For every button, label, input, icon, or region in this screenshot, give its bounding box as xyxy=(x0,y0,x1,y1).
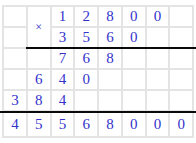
cell-r6c2: 5 xyxy=(28,112,50,136)
cell-r2c3: 3 xyxy=(52,28,74,47)
cell-r4c2: 6 xyxy=(28,70,50,89)
cell-r5c8 xyxy=(170,91,192,110)
multiply-sign: × xyxy=(28,7,50,47)
cell-r4c6 xyxy=(123,70,145,89)
cell-r6c4: 6 xyxy=(75,112,97,136)
cell-r3c5: 8 xyxy=(99,49,121,68)
cell-r4c1 xyxy=(4,70,26,89)
cell-r6c8: 0 xyxy=(170,112,192,136)
cell-r4c3: 4 xyxy=(52,70,74,89)
cell-r2c5: 6 xyxy=(99,28,121,47)
product-rule-line xyxy=(0,111,196,113)
cell-r3c6 xyxy=(123,49,145,68)
cell-r3c1 xyxy=(4,49,26,68)
cell-r1c5: 8 xyxy=(99,7,121,26)
cell-r2c7 xyxy=(147,28,169,47)
cell-r6c5: 8 xyxy=(99,112,121,136)
cell-r5c2: 8 xyxy=(28,91,50,110)
cell-r1c3: 1 xyxy=(52,7,74,26)
cell-r2c4: 5 xyxy=(75,28,97,47)
cell-r1c4: 2 xyxy=(75,7,97,26)
cell-r6c1: 4 xyxy=(4,112,26,136)
cell-r2c6: 0 xyxy=(123,28,145,47)
cell-r2c8 xyxy=(170,28,192,47)
cell-r3c7 xyxy=(147,49,169,68)
cell-r3c8 xyxy=(170,49,192,68)
cell-r5c5 xyxy=(99,91,121,110)
board-grid: ×12800356076864038445568000 xyxy=(2,5,194,138)
cell-r3c4: 6 xyxy=(75,49,97,68)
cell-r5c6 xyxy=(123,91,145,110)
cell-r5c1: 3 xyxy=(4,91,26,110)
multiplication-worksheet: ×12800356076864038445568000 xyxy=(0,0,196,143)
cell-r3c2 xyxy=(28,49,50,68)
cell-r4c7 xyxy=(147,70,169,89)
cell-r5c3: 4 xyxy=(52,91,74,110)
cell-r1c8 xyxy=(170,7,192,26)
multiplier-rule-line xyxy=(26,47,196,49)
cell-r1c7: 0 xyxy=(147,7,169,26)
cell-r6c3: 5 xyxy=(52,112,74,136)
cell-r4c8 xyxy=(170,70,192,89)
cell-r5c7 xyxy=(147,91,169,110)
cell-r1c6: 0 xyxy=(123,7,145,26)
cell-r6c7: 0 xyxy=(147,112,169,136)
cell-r3c3: 7 xyxy=(52,49,74,68)
cell-r2c1 xyxy=(4,28,26,47)
cell-r4c5 xyxy=(99,70,121,89)
cell-r1c1 xyxy=(4,7,26,26)
cell-r4c4: 0 xyxy=(75,70,97,89)
cell-r6c6: 0 xyxy=(123,112,145,136)
cell-r5c4 xyxy=(75,91,97,110)
